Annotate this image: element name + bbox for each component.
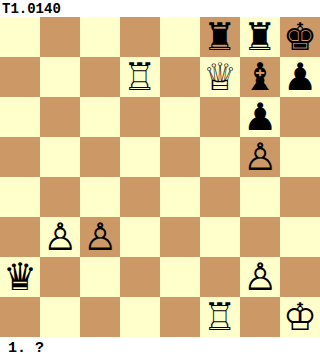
square-d3[interactable]	[120, 217, 160, 257]
square-e8[interactable]	[160, 17, 200, 57]
black-rook-piece: ♜	[203, 17, 237, 57]
puzzle-id: T1.0140	[2, 2, 61, 17]
square-e4[interactable]	[160, 177, 200, 217]
puzzle-header: T1.0140	[0, 0, 320, 17]
square-h7[interactable]: ♟	[280, 57, 320, 97]
square-c4[interactable]	[80, 177, 120, 217]
square-d1[interactable]	[120, 297, 160, 337]
square-a2[interactable]: ♛	[0, 257, 40, 297]
move-prompt-bar: 1. ?	[0, 337, 320, 360]
square-a1[interactable]	[0, 297, 40, 337]
black-rook-piece: ♜	[243, 17, 277, 57]
white-pawn-piece: ♙	[83, 217, 117, 257]
white-rook-piece: ♖	[203, 297, 237, 337]
square-c8[interactable]	[80, 17, 120, 57]
square-g2[interactable]: ♙	[240, 257, 280, 297]
square-a7[interactable]	[0, 57, 40, 97]
square-e5[interactable]	[160, 137, 200, 177]
square-a4[interactable]	[0, 177, 40, 217]
square-g4[interactable]	[240, 177, 280, 217]
black-bishop-piece: ♝	[243, 57, 277, 97]
white-pawn-piece: ♙	[243, 137, 277, 177]
square-g1[interactable]	[240, 297, 280, 337]
square-f3[interactable]	[200, 217, 240, 257]
black-pawn-piece: ♟	[283, 57, 317, 97]
white-king-piece: ♔	[283, 297, 317, 337]
square-f4[interactable]	[200, 177, 240, 217]
move-prompt: 1. ?	[8, 340, 44, 357]
square-a5[interactable]	[0, 137, 40, 177]
square-c2[interactable]	[80, 257, 120, 297]
black-queen-piece: ♛	[3, 257, 37, 297]
square-b1[interactable]	[40, 297, 80, 337]
square-g3[interactable]	[240, 217, 280, 257]
square-f1[interactable]: ♖	[200, 297, 240, 337]
white-rook-piece: ♖	[123, 57, 157, 97]
square-h1[interactable]: ♔	[280, 297, 320, 337]
chess-board: ♜♜♚♖♕♝♟♟♙♙♙♛♙♖♔	[0, 17, 320, 337]
black-king-piece: ♚	[283, 17, 317, 57]
square-d6[interactable]	[120, 97, 160, 137]
square-b8[interactable]	[40, 17, 80, 57]
square-b4[interactable]	[40, 177, 80, 217]
square-a6[interactable]	[0, 97, 40, 137]
square-f8[interactable]: ♜	[200, 17, 240, 57]
square-d8[interactable]	[120, 17, 160, 57]
white-queen-piece: ♕	[203, 57, 237, 97]
square-d7[interactable]: ♖	[120, 57, 160, 97]
square-h8[interactable]: ♚	[280, 17, 320, 57]
square-e7[interactable]	[160, 57, 200, 97]
square-b6[interactable]	[40, 97, 80, 137]
square-b3[interactable]: ♙	[40, 217, 80, 257]
square-e2[interactable]	[160, 257, 200, 297]
square-g6[interactable]: ♟	[240, 97, 280, 137]
square-h5[interactable]	[280, 137, 320, 177]
square-g8[interactable]: ♜	[240, 17, 280, 57]
square-c6[interactable]	[80, 97, 120, 137]
white-pawn-piece: ♙	[43, 217, 77, 257]
square-d5[interactable]	[120, 137, 160, 177]
square-e6[interactable]	[160, 97, 200, 137]
square-c1[interactable]	[80, 297, 120, 337]
square-b7[interactable]	[40, 57, 80, 97]
square-h6[interactable]	[280, 97, 320, 137]
square-f7[interactable]: ♕	[200, 57, 240, 97]
square-c7[interactable]	[80, 57, 120, 97]
square-b2[interactable]	[40, 257, 80, 297]
square-f5[interactable]	[200, 137, 240, 177]
black-pawn-piece: ♟	[243, 97, 277, 137]
square-a3[interactable]	[0, 217, 40, 257]
square-c5[interactable]	[80, 137, 120, 177]
square-d4[interactable]	[120, 177, 160, 217]
square-g5[interactable]: ♙	[240, 137, 280, 177]
square-d2[interactable]	[120, 257, 160, 297]
square-h3[interactable]	[280, 217, 320, 257]
square-g7[interactable]: ♝	[240, 57, 280, 97]
square-e3[interactable]	[160, 217, 200, 257]
square-a8[interactable]	[0, 17, 40, 57]
chess-puzzle-app: T1.0140 ♜♜♚♖♕♝♟♟♙♙♙♛♙♖♔ 1. ?	[0, 0, 320, 360]
white-pawn-piece: ♙	[243, 257, 277, 297]
square-h4[interactable]	[280, 177, 320, 217]
square-e1[interactable]	[160, 297, 200, 337]
square-b5[interactable]	[40, 137, 80, 177]
square-c3[interactable]: ♙	[80, 217, 120, 257]
square-f2[interactable]	[200, 257, 240, 297]
square-h2[interactable]	[280, 257, 320, 297]
square-f6[interactable]	[200, 97, 240, 137]
